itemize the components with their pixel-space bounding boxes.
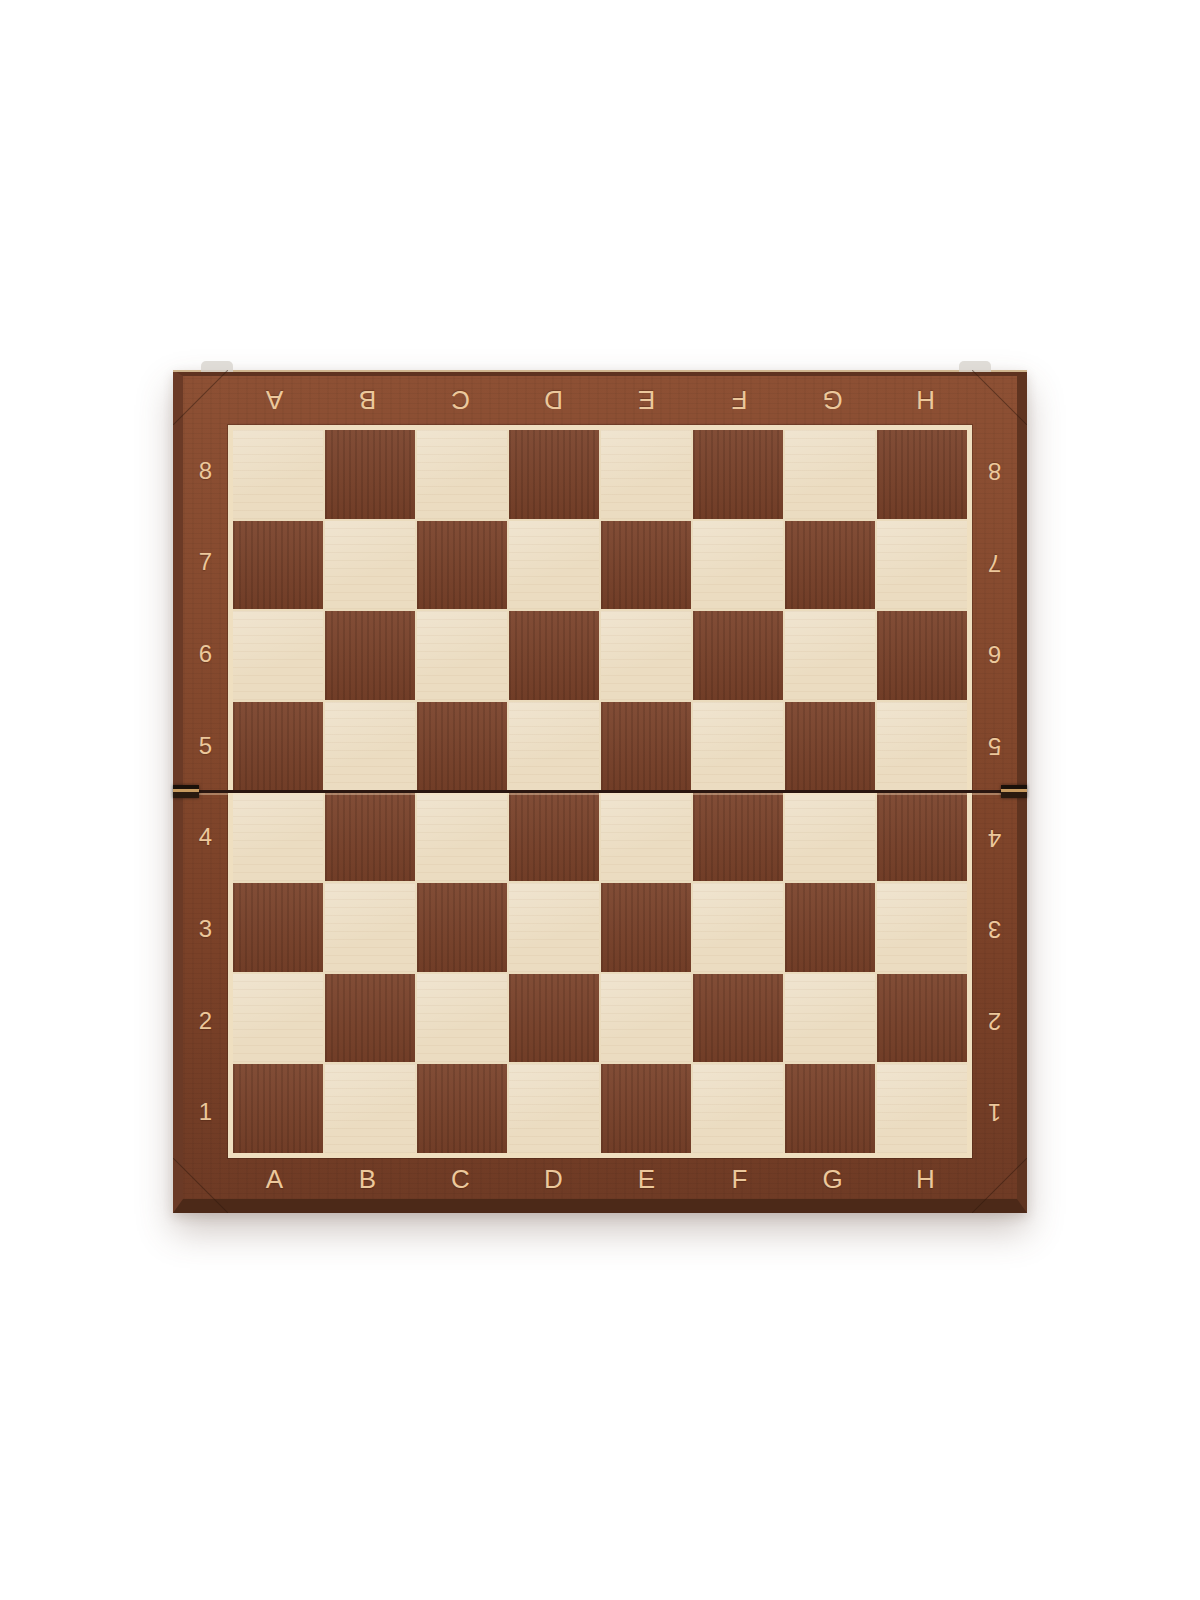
square-d3[interactable]	[509, 883, 599, 972]
file-label: C	[414, 1158, 507, 1199]
rank-label: 2	[972, 975, 1017, 1067]
square-g8[interactable]	[785, 430, 875, 519]
square-h7[interactable]	[877, 521, 967, 610]
square-f6[interactable]	[693, 611, 783, 700]
square-e5[interactable]	[601, 702, 691, 791]
square-h8[interactable]	[877, 430, 967, 519]
square-c2[interactable]	[417, 974, 507, 1063]
square-d5[interactable]	[509, 702, 599, 791]
rank-label: 3	[972, 883, 1017, 975]
frame-miter-top-right	[972, 370, 1027, 425]
square-c4[interactable]	[417, 793, 507, 882]
square-b2[interactable]	[325, 974, 415, 1063]
square-f8[interactable]	[693, 430, 783, 519]
file-labels-top: ABCDEFGH	[228, 376, 972, 425]
square-g6[interactable]	[785, 611, 875, 700]
file-label: E	[600, 376, 693, 425]
square-h2[interactable]	[877, 974, 967, 1063]
square-f5[interactable]	[693, 702, 783, 791]
square-f4[interactable]	[693, 793, 783, 882]
square-d1[interactable]	[509, 1064, 599, 1153]
file-label: G	[786, 376, 879, 425]
rank-label: 7	[183, 517, 228, 609]
rank-label: 5	[183, 700, 228, 792]
square-h3[interactable]	[877, 883, 967, 972]
square-e4[interactable]	[601, 793, 691, 882]
square-f2[interactable]	[693, 974, 783, 1063]
square-b8[interactable]	[325, 430, 415, 519]
rank-label: 2	[183, 975, 228, 1067]
page-background: ABCDEFGH ABCDEFGH 87654321 87654321	[0, 0, 1200, 1600]
file-label: A	[228, 1158, 321, 1199]
square-a7[interactable]	[233, 521, 323, 610]
square-c3[interactable]	[417, 883, 507, 972]
square-h4[interactable]	[877, 793, 967, 882]
rank-label: 7	[972, 517, 1017, 609]
square-e1[interactable]	[601, 1064, 691, 1153]
square-e6[interactable]	[601, 611, 691, 700]
square-c8[interactable]	[417, 430, 507, 519]
square-c7[interactable]	[417, 521, 507, 610]
file-label: B	[321, 1158, 414, 1199]
file-label: G	[786, 1158, 879, 1199]
square-g1[interactable]	[785, 1064, 875, 1153]
square-b4[interactable]	[325, 793, 415, 882]
rank-label: 4	[972, 792, 1017, 884]
file-label: F	[693, 376, 786, 425]
square-h1[interactable]	[877, 1064, 967, 1153]
rank-label: 8	[183, 425, 228, 517]
rank-label: 3	[183, 883, 228, 975]
file-label: E	[600, 1158, 693, 1199]
square-d4[interactable]	[509, 793, 599, 882]
frame-miter-bottom-right	[972, 1158, 1027, 1213]
square-g7[interactable]	[785, 521, 875, 610]
square-c6[interactable]	[417, 611, 507, 700]
square-a8[interactable]	[233, 430, 323, 519]
file-label: F	[693, 1158, 786, 1199]
file-label: H	[879, 1158, 972, 1199]
square-g3[interactable]	[785, 883, 875, 972]
square-d8[interactable]	[509, 430, 599, 519]
rank-label: 5	[972, 700, 1017, 792]
square-a6[interactable]	[233, 611, 323, 700]
square-b6[interactable]	[325, 611, 415, 700]
frame-miter-top-left	[173, 370, 228, 425]
rank-label: 6	[183, 608, 228, 700]
square-a4[interactable]	[233, 793, 323, 882]
fold-seam	[173, 790, 1027, 793]
file-label: D	[507, 376, 600, 425]
square-e7[interactable]	[601, 521, 691, 610]
square-a5[interactable]	[233, 702, 323, 791]
file-label: A	[228, 376, 321, 425]
chess-board: ABCDEFGH ABCDEFGH 87654321 87654321	[173, 370, 1027, 1213]
square-d7[interactable]	[509, 521, 599, 610]
square-f3[interactable]	[693, 883, 783, 972]
square-e8[interactable]	[601, 430, 691, 519]
rank-label: 1	[972, 1066, 1017, 1158]
back-hinge-right-icon	[959, 361, 991, 372]
square-g5[interactable]	[785, 702, 875, 791]
square-f1[interactable]	[693, 1064, 783, 1153]
square-b5[interactable]	[325, 702, 415, 791]
file-label: B	[321, 376, 414, 425]
back-hinge-left-icon	[201, 361, 233, 372]
square-g2[interactable]	[785, 974, 875, 1063]
square-c5[interactable]	[417, 702, 507, 791]
square-h6[interactable]	[877, 611, 967, 700]
rank-label: 6	[972, 608, 1017, 700]
square-h5[interactable]	[877, 702, 967, 791]
square-a1[interactable]	[233, 1064, 323, 1153]
hinge-left-icon	[173, 785, 199, 798]
file-label: C	[414, 376, 507, 425]
rank-label: 8	[972, 425, 1017, 517]
square-b7[interactable]	[325, 521, 415, 610]
square-g4[interactable]	[785, 793, 875, 882]
frame-miter-bottom-left	[173, 1158, 228, 1213]
file-label: H	[879, 376, 972, 425]
square-a3[interactable]	[233, 883, 323, 972]
square-d6[interactable]	[509, 611, 599, 700]
square-d2[interactable]	[509, 974, 599, 1063]
hinge-right-icon	[1001, 785, 1027, 798]
square-c1[interactable]	[417, 1064, 507, 1153]
rank-label: 1	[183, 1066, 228, 1158]
square-f7[interactable]	[693, 521, 783, 610]
square-e2[interactable]	[601, 974, 691, 1063]
square-b1[interactable]	[325, 1064, 415, 1153]
square-b3[interactable]	[325, 883, 415, 972]
square-e3[interactable]	[601, 883, 691, 972]
rank-label: 4	[183, 792, 228, 884]
square-a2[interactable]	[233, 974, 323, 1063]
file-labels-bottom: ABCDEFGH	[228, 1158, 972, 1199]
file-label: D	[507, 1158, 600, 1199]
